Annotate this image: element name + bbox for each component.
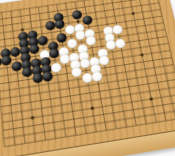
black-stone[interactable] <box>11 61 22 72</box>
white-stone[interactable] <box>112 24 123 35</box>
go-board-photo <box>0 0 175 156</box>
grid-line <box>4 110 175 139</box>
white-stone[interactable] <box>115 38 127 49</box>
black-stone[interactable] <box>10 47 21 58</box>
star-point <box>91 106 95 110</box>
black-stone[interactable] <box>72 10 83 20</box>
grid-line <box>2 94 175 122</box>
black-stone[interactable] <box>82 15 93 25</box>
white-stone[interactable] <box>51 62 62 73</box>
white-stone[interactable] <box>64 24 75 35</box>
white-stone[interactable] <box>67 38 78 49</box>
star-point <box>76 20 79 23</box>
black-stone[interactable] <box>56 33 67 44</box>
star-point <box>140 53 144 56</box>
grid-line <box>2 87 175 115</box>
star-point <box>31 116 35 120</box>
white-stone[interactable] <box>82 72 94 83</box>
board-grid <box>0 0 175 156</box>
grid-line <box>2 12 15 145</box>
grid-line <box>111 0 136 125</box>
grid-line <box>3 102 175 130</box>
star-point <box>131 12 134 15</box>
grid-line <box>129 0 156 122</box>
star-point <box>21 28 24 31</box>
go-board[interactable] <box>0 0 175 156</box>
grid-line <box>1 79 175 106</box>
black-stone[interactable] <box>37 35 48 46</box>
black-stone[interactable] <box>45 20 56 30</box>
star-point <box>149 97 153 101</box>
